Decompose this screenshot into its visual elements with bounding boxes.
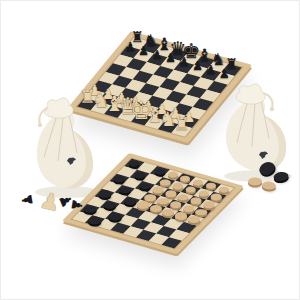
chess-piece-black-pawn[interactable]: ♟: [165, 53, 176, 65]
loose-chess-black-pawn[interactable]: ♟: [69, 198, 85, 213]
checker-black[interactable]: [134, 172, 145, 178]
bag-right-drawstring-knot: [270, 107, 274, 111]
checker-natural-loose[interactable]: [248, 178, 262, 186]
checker-black[interactable]: [155, 168, 165, 174]
checker-black[interactable]: [114, 176, 125, 183]
chess-piece-black-pawn[interactable]: ♟: [138, 45, 149, 57]
checker-black[interactable]: [88, 216, 102, 224]
loose-chess-black-pawn[interactable]: ♟: [19, 193, 35, 208]
checker-natural[interactable]: [178, 194, 189, 201]
bag-right-neck: [236, 84, 265, 104]
checker-natural[interactable]: [186, 187, 197, 193]
chess-piece-black-pawn[interactable]: ♟: [205, 64, 216, 76]
chess-piece-black-pawn[interactable]: ♟: [219, 68, 230, 80]
chess-piece-black-pawn[interactable]: ♟: [178, 57, 189, 69]
checker-natural-loose[interactable]: [262, 181, 277, 190]
checker-natural[interactable]: [206, 183, 216, 189]
chess-piece-black-pawn[interactable]: ♟: [125, 41, 136, 53]
chess-piece-black-pawn[interactable]: ♟: [152, 49, 163, 61]
checker-natural[interactable]: [191, 198, 202, 205]
checker-black[interactable]: [109, 213, 122, 221]
checker-natural[interactable]: [173, 183, 184, 189]
cloth-bag-left: [29, 95, 101, 199]
checker-natural[interactable]: [165, 190, 176, 197]
checker-natural[interactable]: [193, 179, 203, 185]
bag-left-drawstring-knot: [38, 123, 42, 127]
checker-black[interactable]: [83, 205, 96, 213]
product-photo-scene: ♜♞♝♛♚♝♞♜♟♟♟♟♟♟♟♟♟♟♟♟♟♟♟♟♜♞♝♛♚♝♞♜♟♟♟♟: [0, 0, 300, 300]
checker-black[interactable]: [104, 202, 117, 210]
checker-natural[interactable]: [211, 194, 222, 200]
checker-natural[interactable]: [152, 187, 163, 194]
checker-natural[interactable]: [157, 198, 169, 205]
checker-natural[interactable]: [183, 205, 195, 212]
bag-left-neck: [44, 98, 73, 118]
checker-natural[interactable]: [203, 201, 214, 208]
checker-black[interactable]: [129, 161, 139, 167]
chess-piece-black-pawn[interactable]: ♟: [192, 60, 203, 72]
checker-black[interactable]: [119, 187, 131, 194]
cloth-bag-right: [214, 83, 298, 183]
checker-natural[interactable]: [170, 201, 182, 208]
checker-natural[interactable]: [198, 190, 209, 196]
checker-black[interactable]: [139, 183, 150, 190]
checker-natural[interactable]: [168, 172, 178, 178]
checker-natural[interactable]: [219, 187, 229, 193]
checker-natural[interactable]: [196, 209, 208, 216]
checker-natural[interactable]: [145, 194, 157, 201]
checker-natural[interactable]: [160, 179, 171, 185]
chess-piece-natural-rook[interactable]: ♜: [174, 115, 190, 133]
checker-natural[interactable]: [180, 176, 190, 182]
